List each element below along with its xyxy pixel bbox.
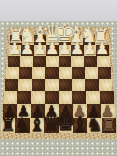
chess-photo-scene: ♜♞♝♛♚♝♞♜♟♟♟♟♟♟♟♟♟♟♟♟♟♟♟♟♜♞♝♛♚♝♞♜ [0, 0, 117, 156]
piece-wP[interactable]: ♟ [95, 41, 109, 57]
board-rank [6, 67, 111, 79]
square[interactable] [85, 79, 98, 91]
square[interactable] [6, 67, 19, 79]
square[interactable] [98, 67, 111, 79]
square[interactable] [59, 79, 72, 91]
square[interactable] [85, 67, 98, 79]
square[interactable] [72, 67, 85, 79]
square[interactable] [99, 79, 112, 91]
square[interactable] [18, 79, 31, 91]
square[interactable] [45, 67, 58, 79]
square[interactable] [32, 79, 45, 91]
square[interactable] [5, 79, 18, 91]
square[interactable] [32, 67, 45, 79]
square[interactable] [59, 67, 72, 79]
chess-board: ♜♞♝♛♚♝♞♜♟♟♟♟♟♟♟♟♟♟♟♟♟♟♟♟♜♞♝♛♚♝♞♜ [0, 27, 117, 139]
piece-bR[interactable]: ♜ [101, 116, 117, 134]
square[interactable] [45, 79, 58, 91]
square[interactable] [19, 67, 32, 79]
square[interactable] [72, 79, 85, 91]
board-rank [5, 79, 112, 91]
